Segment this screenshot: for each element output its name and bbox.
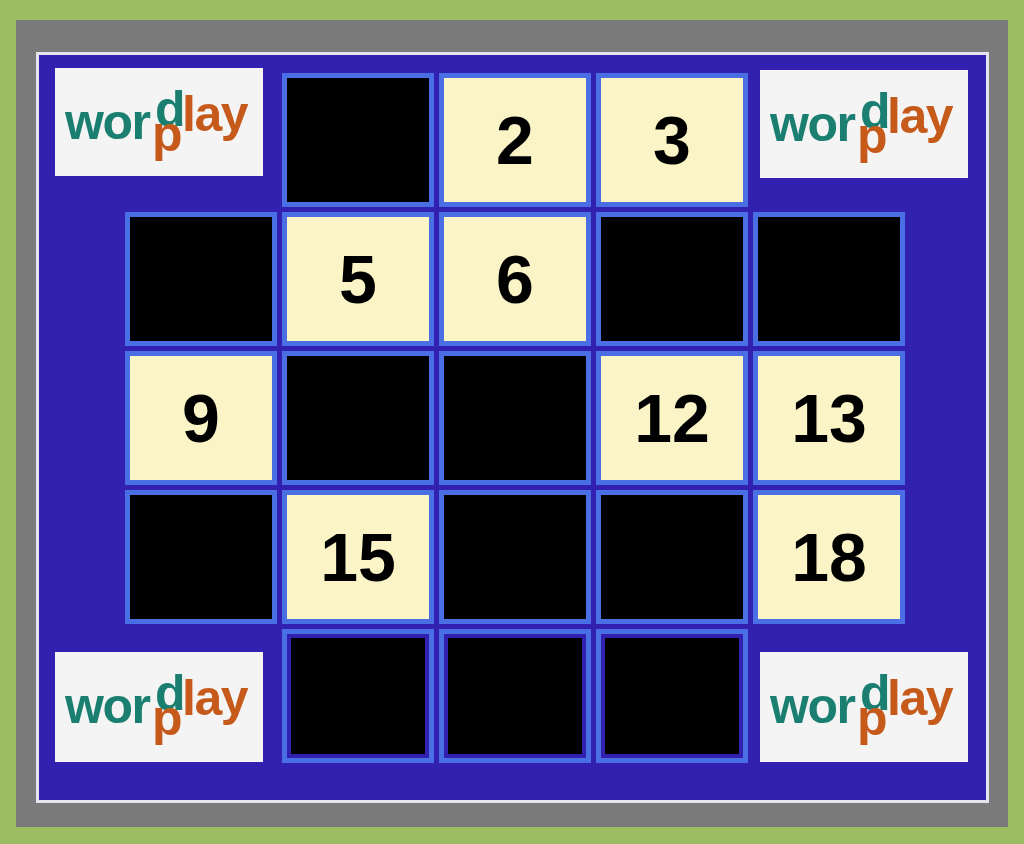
cell-r2c2-number-5[interactable]: 5: [282, 212, 434, 346]
wordplay-logo-bottom-left: wor d p lay: [55, 652, 263, 762]
cell-r2c1[interactable]: [125, 212, 277, 346]
puzzle-panel: 2356912131518 wor d p lay wor d p lay wo…: [36, 52, 989, 803]
cell-r1c2[interactable]: [282, 73, 434, 207]
logo-text-p: p: [152, 693, 181, 743]
logo-text-p: p: [152, 109, 181, 159]
cell-r3c4-number-12[interactable]: 12: [596, 351, 748, 485]
cell-r5c3[interactable]: [439, 629, 591, 763]
cell-r3c5-number-13[interactable]: 13: [753, 351, 905, 485]
cell-r2c4[interactable]: [596, 212, 748, 346]
logo-text-lay: lay: [182, 89, 247, 139]
logo-text-p: p: [857, 111, 886, 161]
cell-r3c2[interactable]: [282, 351, 434, 485]
cell-r4c5-number-18[interactable]: 18: [753, 490, 905, 624]
logo-text-lay: lay: [887, 673, 952, 723]
logo-text-wor: wor: [65, 681, 149, 731]
wordplay-logo-top-left: wor d p lay: [55, 68, 263, 176]
logo-text-wor: wor: [65, 97, 149, 147]
cell-r2c3-number-6[interactable]: 6: [439, 212, 591, 346]
logo-text-wor: wor: [770, 99, 854, 149]
cell-r3c3[interactable]: [439, 351, 591, 485]
logo-text-lay: lay: [182, 673, 247, 723]
cell-r4c1[interactable]: [125, 490, 277, 624]
cell-r1c4-number-3[interactable]: 3: [596, 73, 748, 207]
cell-r1c3-number-2[interactable]: 2: [439, 73, 591, 207]
cell-r4c3[interactable]: [439, 490, 591, 624]
logo-text-lay: lay: [887, 91, 952, 141]
cell-r4c2-number-15[interactable]: 15: [282, 490, 434, 624]
cell-r5c4[interactable]: [596, 629, 748, 763]
wordplay-logo-top-right: wor d p lay: [760, 70, 968, 178]
cell-r5c2[interactable]: [282, 629, 434, 763]
wordplay-logo-bottom-right: wor d p lay: [760, 652, 968, 762]
cell-r4c4[interactable]: [596, 490, 748, 624]
logo-text-wor: wor: [770, 681, 854, 731]
logo-text-p: p: [857, 693, 886, 743]
puzzle-screen: 2356912131518 wor d p lay wor d p lay wo…: [0, 0, 1024, 844]
cell-r2c5[interactable]: [753, 212, 905, 346]
cell-r3c1-number-9[interactable]: 9: [125, 351, 277, 485]
